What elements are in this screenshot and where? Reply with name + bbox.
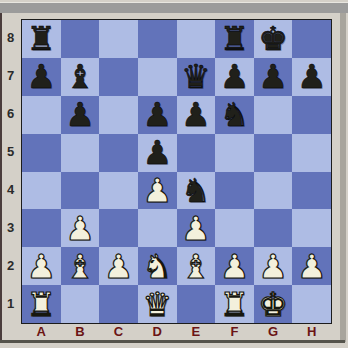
square-d8[interactable] (138, 20, 177, 58)
square-h5[interactable] (292, 134, 331, 172)
black-pawn-piece: ♟ (297, 60, 327, 93)
window-top-bevel (0, 2, 348, 13)
rank-label-8: 8 (0, 19, 21, 57)
square-b5[interactable] (61, 134, 100, 172)
file-label-d: D (138, 322, 177, 340)
square-g2[interactable]: ♟ (254, 247, 293, 285)
white-pawn-piece: ♟ (104, 250, 134, 283)
white-knight-piece: ♞ (142, 250, 172, 283)
window-right-bevel (340, 13, 346, 342)
square-e4[interactable]: ♞ (177, 172, 216, 210)
chess-app-window: 87654321 ♜♜♚♟♝♛♟♟♟♟♟♟♞♟♟♞♟♟♟♝♟♞♝♟♟♟♜♛♜♚ … (0, 0, 348, 348)
square-b8[interactable] (61, 20, 100, 58)
square-f2[interactable]: ♟ (215, 247, 254, 285)
white-pawn-piece: ♟ (142, 174, 172, 207)
square-b6[interactable]: ♟ (61, 96, 100, 134)
file-label-h: H (292, 322, 331, 340)
square-h8[interactable] (292, 20, 331, 58)
white-pawn-piece: ♟ (27, 250, 57, 283)
square-e5[interactable] (177, 134, 216, 172)
white-pawn-piece: ♟ (297, 250, 327, 283)
black-pawn-piece: ♟ (27, 60, 57, 93)
black-pawn-piece: ♟ (220, 60, 250, 93)
square-e1[interactable] (177, 285, 216, 323)
white-bishop-piece: ♝ (181, 250, 211, 283)
square-a1[interactable]: ♜ (22, 285, 61, 323)
square-a3[interactable] (22, 209, 61, 247)
black-rook-piece: ♜ (220, 22, 250, 55)
white-queen-piece: ♛ (142, 288, 172, 321)
square-c4[interactable] (99, 172, 138, 210)
black-rook-piece: ♜ (27, 22, 57, 55)
square-a4[interactable] (22, 172, 61, 210)
white-pawn-piece: ♟ (181, 212, 211, 245)
black-queen-piece: ♛ (181, 60, 211, 93)
square-c7[interactable] (99, 58, 138, 96)
rank-label-5: 5 (0, 133, 21, 171)
file-label-e: E (177, 322, 216, 340)
rank-label-7: 7 (0, 57, 21, 95)
window-bottom-bevel (0, 340, 345, 343)
file-label-b: B (61, 322, 100, 340)
rank-label-2: 2 (0, 246, 21, 284)
square-g6[interactable] (254, 96, 293, 134)
rank-label-6: 6 (0, 95, 21, 133)
square-f7[interactable]: ♟ (215, 58, 254, 96)
square-c8[interactable] (99, 20, 138, 58)
white-bishop-piece: ♝ (65, 250, 95, 283)
square-d5[interactable]: ♟ (138, 134, 177, 172)
square-f1[interactable]: ♜ (215, 285, 254, 323)
square-d6[interactable]: ♟ (138, 96, 177, 134)
square-b2[interactable]: ♝ (61, 247, 100, 285)
square-e8[interactable] (177, 20, 216, 58)
file-labels: ABCDEFGH (22, 322, 331, 340)
square-h3[interactable] (292, 209, 331, 247)
square-d2[interactable]: ♞ (138, 247, 177, 285)
square-c5[interactable] (99, 134, 138, 172)
rank-label-3: 3 (0, 208, 21, 246)
file-label-f: F (215, 322, 254, 340)
square-h1[interactable] (292, 285, 331, 323)
square-g5[interactable] (254, 134, 293, 172)
square-b1[interactable] (61, 285, 100, 323)
square-d1[interactable]: ♛ (138, 285, 177, 323)
square-a5[interactable] (22, 134, 61, 172)
white-pawn-piece: ♟ (220, 250, 250, 283)
square-h7[interactable]: ♟ (292, 58, 331, 96)
rank-label-1: 1 (0, 284, 21, 322)
chess-board: ♜♜♚♟♝♛♟♟♟♟♟♟♞♟♟♞♟♟♟♝♟♞♝♟♟♟♜♛♜♚ (21, 19, 332, 324)
square-h6[interactable] (292, 96, 331, 134)
square-f3[interactable] (215, 209, 254, 247)
square-c1[interactable] (99, 285, 138, 323)
square-d7[interactable] (138, 58, 177, 96)
square-g3[interactable] (254, 209, 293, 247)
file-label-a: A (22, 322, 61, 340)
black-knight-piece: ♞ (181, 174, 211, 207)
square-f5[interactable] (215, 134, 254, 172)
white-rook-piece: ♜ (220, 288, 250, 321)
rank-label-4: 4 (0, 171, 21, 209)
square-e6[interactable]: ♟ (177, 96, 216, 134)
black-pawn-piece: ♟ (142, 98, 172, 131)
white-pawn-piece: ♟ (65, 212, 95, 245)
square-c3[interactable] (99, 209, 138, 247)
square-g8[interactable]: ♚ (254, 20, 293, 58)
square-h4[interactable] (292, 172, 331, 210)
square-d4[interactable]: ♟ (138, 172, 177, 210)
black-knight-piece: ♞ (220, 98, 250, 131)
square-f8[interactable]: ♜ (215, 20, 254, 58)
rank-labels: 87654321 (0, 19, 21, 322)
square-h2[interactable]: ♟ (292, 247, 331, 285)
square-b7[interactable]: ♝ (61, 58, 100, 96)
square-e2[interactable]: ♝ (177, 247, 216, 285)
square-b3[interactable]: ♟ (61, 209, 100, 247)
square-g7[interactable]: ♟ (254, 58, 293, 96)
white-rook-piece: ♜ (27, 288, 57, 321)
black-king-piece: ♚ (258, 22, 288, 55)
square-f4[interactable] (215, 172, 254, 210)
square-e7[interactable]: ♛ (177, 58, 216, 96)
square-g1[interactable]: ♚ (254, 285, 293, 323)
square-a6[interactable] (22, 96, 61, 134)
square-f6[interactable]: ♞ (215, 96, 254, 134)
square-b4[interactable] (61, 172, 100, 210)
black-pawn-piece: ♟ (65, 98, 95, 131)
square-a7[interactable]: ♟ (22, 58, 61, 96)
square-a8[interactable]: ♜ (22, 20, 61, 58)
black-bishop-piece: ♝ (65, 60, 95, 93)
black-pawn-piece: ♟ (258, 60, 288, 93)
file-label-c: C (99, 322, 138, 340)
square-a2[interactable]: ♟ (22, 247, 61, 285)
square-g4[interactable] (254, 172, 293, 210)
black-pawn-piece: ♟ (142, 136, 172, 169)
white-pawn-piece: ♟ (258, 250, 288, 283)
square-d3[interactable] (138, 209, 177, 247)
square-c6[interactable] (99, 96, 138, 134)
square-c2[interactable]: ♟ (99, 247, 138, 285)
square-e3[interactable]: ♟ (177, 209, 216, 247)
black-pawn-piece: ♟ (181, 98, 211, 131)
file-label-g: G (254, 322, 293, 340)
white-king-piece: ♚ (258, 288, 288, 321)
